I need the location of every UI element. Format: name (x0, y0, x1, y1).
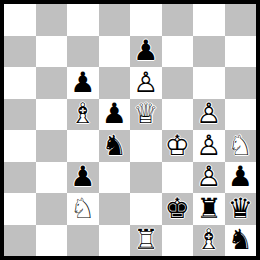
white-piece-outline-glyph: ♔ (162, 130, 194, 162)
square-a7[interactable] (4, 36, 36, 68)
piece-black-pawn-c3[interactable]: ♟ (67, 162, 99, 194)
square-g1[interactable]: ♝♗ (193, 225, 225, 257)
square-e7[interactable]: ♟ (130, 36, 162, 68)
piece-black-king-f2[interactable]: ♚ (162, 193, 194, 225)
square-c4[interactable] (67, 130, 99, 162)
white-piece-outline-glyph: ♗ (67, 99, 99, 131)
square-d6[interactable] (99, 67, 131, 99)
square-h7[interactable] (225, 36, 257, 68)
white-piece-outline-glyph: ♘ (225, 130, 257, 162)
square-h2[interactable]: ♛ (225, 193, 257, 225)
piece-white-pawn-e6[interactable]: ♟♙ (130, 67, 162, 99)
square-d4[interactable]: ♞ (99, 130, 131, 162)
piece-white-bishop-g1[interactable]: ♝♗ (193, 225, 225, 257)
square-b4[interactable] (36, 130, 68, 162)
square-e2[interactable] (130, 193, 162, 225)
black-piece-glyph: ♟ (99, 99, 131, 131)
piece-white-knight-h4[interactable]: ♞♘ (225, 130, 257, 162)
square-h1[interactable]: ♞ (225, 225, 257, 257)
white-piece-outline-glyph: ♙ (193, 130, 225, 162)
square-f8[interactable] (162, 4, 194, 36)
white-piece-outline-glyph: ♗ (193, 225, 225, 257)
black-piece-glyph: ♚ (162, 193, 194, 225)
piece-black-pawn-h3[interactable]: ♟ (225, 162, 257, 194)
black-piece-glyph: ♟ (67, 162, 99, 194)
black-piece-glyph: ♟ (67, 67, 99, 99)
square-h8[interactable] (225, 4, 257, 36)
piece-black-rook-g2[interactable]: ♜ (193, 193, 225, 225)
white-piece-outline-glyph: ♙ (130, 67, 162, 99)
black-piece-glyph: ♜ (193, 193, 225, 225)
square-b2[interactable] (36, 193, 68, 225)
piece-white-pawn-g5[interactable]: ♟♙ (193, 99, 225, 131)
square-h3[interactable]: ♟ (225, 162, 257, 194)
square-e8[interactable] (130, 4, 162, 36)
square-c2[interactable]: ♞♘ (67, 193, 99, 225)
square-a3[interactable] (4, 162, 36, 194)
square-c3[interactable]: ♟ (67, 162, 99, 194)
piece-black-pawn-c6[interactable]: ♟ (67, 67, 99, 99)
white-piece-outline-glyph: ♕ (130, 99, 162, 131)
square-e5[interactable]: ♛♕ (130, 99, 162, 131)
square-d8[interactable] (99, 4, 131, 36)
white-piece-outline-glyph: ♙ (193, 99, 225, 131)
square-b3[interactable] (36, 162, 68, 194)
piece-white-rook-e1[interactable]: ♜♖ (130, 225, 162, 257)
piece-black-knight-h1[interactable]: ♞ (225, 225, 257, 257)
black-piece-glyph: ♞ (225, 225, 257, 257)
square-g5[interactable]: ♟♙ (193, 99, 225, 131)
square-c6[interactable]: ♟ (67, 67, 99, 99)
piece-white-pawn-g3[interactable]: ♟♙ (193, 162, 225, 194)
square-b5[interactable] (36, 99, 68, 131)
square-f4[interactable]: ♚♔ (162, 130, 194, 162)
square-e4[interactable] (130, 130, 162, 162)
piece-black-pawn-e7[interactable]: ♟ (130, 36, 162, 68)
square-b1[interactable] (36, 225, 68, 257)
square-a1[interactable] (4, 225, 36, 257)
square-e3[interactable] (130, 162, 162, 194)
piece-white-knight-c2[interactable]: ♞♘ (67, 193, 99, 225)
square-g4[interactable]: ♟♙ (193, 130, 225, 162)
square-d3[interactable] (99, 162, 131, 194)
piece-white-queen-e5[interactable]: ♛♕ (130, 99, 162, 131)
square-g2[interactable]: ♜ (193, 193, 225, 225)
square-d7[interactable] (99, 36, 131, 68)
square-g6[interactable] (193, 67, 225, 99)
square-c8[interactable] (67, 4, 99, 36)
white-piece-outline-glyph: ♘ (67, 193, 99, 225)
square-b6[interactable] (36, 67, 68, 99)
white-piece-outline-glyph: ♙ (193, 162, 225, 194)
square-a2[interactable] (4, 193, 36, 225)
square-f1[interactable] (162, 225, 194, 257)
square-g7[interactable] (193, 36, 225, 68)
piece-white-bishop-c5[interactable]: ♝♗ (67, 99, 99, 131)
square-b7[interactable] (36, 36, 68, 68)
square-f6[interactable] (162, 67, 194, 99)
square-g8[interactable] (193, 4, 225, 36)
square-c5[interactable]: ♝♗ (67, 99, 99, 131)
black-piece-glyph: ♛ (225, 193, 257, 225)
square-h5[interactable] (225, 99, 257, 131)
square-a6[interactable] (4, 67, 36, 99)
square-d1[interactable] (99, 225, 131, 257)
board-frame: ♟♟♟♙♝♗♟♛♕♟♙♞♚♔♟♙♞♘♟♟♙♟♞♘♚♜♛♜♖♝♗♞ (0, 0, 260, 260)
square-h4[interactable]: ♞♘ (225, 130, 257, 162)
piece-black-queen-h2[interactable]: ♛ (225, 193, 257, 225)
square-d2[interactable] (99, 193, 131, 225)
square-f7[interactable] (162, 36, 194, 68)
chess-board: ♟♟♟♙♝♗♟♛♕♟♙♞♚♔♟♙♞♘♟♟♙♟♞♘♚♜♛♜♖♝♗♞ (4, 4, 256, 256)
square-g3[interactable]: ♟♙ (193, 162, 225, 194)
square-e6[interactable]: ♟♙ (130, 67, 162, 99)
black-piece-glyph: ♟ (130, 36, 162, 68)
white-piece-outline-glyph: ♖ (130, 225, 162, 257)
square-h6[interactable] (225, 67, 257, 99)
piece-black-knight-d4[interactable]: ♞ (99, 130, 131, 162)
square-c7[interactable] (67, 36, 99, 68)
square-f3[interactable] (162, 162, 194, 194)
black-piece-glyph: ♟ (225, 162, 257, 194)
square-a8[interactable] (4, 4, 36, 36)
square-e1[interactable]: ♜♖ (130, 225, 162, 257)
square-f5[interactable] (162, 99, 194, 131)
piece-white-king-f4[interactable]: ♚♔ (162, 130, 194, 162)
square-f2[interactable]: ♚ (162, 193, 194, 225)
square-c1[interactable] (67, 225, 99, 257)
black-piece-glyph: ♞ (99, 130, 131, 162)
square-a5[interactable] (4, 99, 36, 131)
square-d5[interactable]: ♟ (99, 99, 131, 131)
square-b8[interactable] (36, 4, 68, 36)
piece-black-pawn-d5[interactable]: ♟ (99, 99, 131, 131)
piece-white-pawn-g4[interactable]: ♟♙ (193, 130, 225, 162)
square-a4[interactable] (4, 130, 36, 162)
